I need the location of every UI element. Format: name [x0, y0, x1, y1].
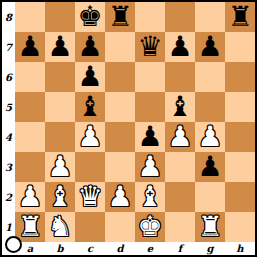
file-label-e: e: [135, 242, 165, 255]
square-b8[interactable]: [45, 2, 75, 32]
square-d5[interactable]: [105, 92, 135, 122]
square-b2[interactable]: ♝: [45, 182, 75, 212]
square-g4[interactable]: ♟: [195, 122, 225, 152]
rank-label-6: 6: [2, 62, 15, 92]
square-g2[interactable]: [195, 182, 225, 212]
square-f2[interactable]: [165, 182, 195, 212]
white-pawn-f4[interactable]: ♟: [167, 122, 192, 152]
square-h3[interactable]: [225, 152, 255, 182]
square-h8[interactable]: ♜: [225, 2, 255, 32]
square-f6[interactable]: [165, 62, 195, 92]
square-d6[interactable]: [105, 62, 135, 92]
rank-label-4: 4: [2, 122, 15, 152]
white-pawn-d2[interactable]: ♟: [107, 182, 132, 212]
file-labels: abcdefgh: [15, 242, 255, 255]
file-label-h: h: [225, 242, 255, 255]
square-a8[interactable]: [15, 2, 45, 32]
white-bishop-e2[interactable]: ♝: [137, 182, 162, 212]
square-e1[interactable]: ♚: [135, 212, 165, 242]
black-bishop-f5[interactable]: ♝: [167, 92, 192, 122]
square-b1[interactable]: ♞: [45, 212, 75, 242]
square-e8[interactable]: [135, 2, 165, 32]
square-b7[interactable]: ♟: [45, 32, 75, 62]
square-h2[interactable]: [225, 182, 255, 212]
square-c6[interactable]: ♟: [75, 62, 105, 92]
white-pawn-a2[interactable]: ♟: [17, 182, 42, 212]
black-bishop-c5[interactable]: ♝: [77, 92, 102, 122]
file-label-f: f: [165, 242, 195, 255]
black-king-c8[interactable]: ♚: [77, 2, 102, 32]
square-g3[interactable]: ♟: [195, 152, 225, 182]
rank-label-3: 3: [2, 152, 15, 182]
square-g6[interactable]: [195, 62, 225, 92]
black-queen-e7[interactable]: ♛: [137, 32, 162, 62]
white-pawn-e3[interactable]: ♟: [137, 152, 162, 182]
square-h1[interactable]: [225, 212, 255, 242]
file-label-d: d: [105, 242, 135, 255]
chess-diagram: 87654321 ♚♜♜♟♟♟♛♟♟♟♝♝♟♟♟♟♟♟♟♟♝♛♟♝♜♞♚♜ ab…: [0, 0, 257, 257]
square-g8[interactable]: [195, 2, 225, 32]
black-rook-d8[interactable]: ♜: [107, 2, 132, 32]
square-h5[interactable]: [225, 92, 255, 122]
file-label-b: b: [45, 242, 75, 255]
square-f8[interactable]: [165, 2, 195, 32]
square-a2[interactable]: ♟: [15, 182, 45, 212]
square-f3[interactable]: [165, 152, 195, 182]
square-e4[interactable]: ♟: [135, 122, 165, 152]
black-rook-h8[interactable]: ♜: [227, 2, 252, 32]
square-d7[interactable]: [105, 32, 135, 62]
square-b5[interactable]: [45, 92, 75, 122]
white-rook-g1[interactable]: ♜: [197, 212, 222, 242]
chess-board: ♚♜♜♟♟♟♛♟♟♟♝♝♟♟♟♟♟♟♟♟♝♛♟♝♜♞♚♜: [15, 2, 255, 242]
square-g5[interactable]: [195, 92, 225, 122]
square-d1[interactable]: [105, 212, 135, 242]
square-b6[interactable]: [45, 62, 75, 92]
square-a6[interactable]: [15, 62, 45, 92]
white-to-move-indicator: [5, 236, 22, 253]
square-a3[interactable]: [15, 152, 45, 182]
square-a5[interactable]: [15, 92, 45, 122]
square-c5[interactable]: ♝: [75, 92, 105, 122]
square-f7[interactable]: ♟: [165, 32, 195, 62]
rank-labels: 87654321: [2, 2, 15, 242]
white-pawn-c4[interactable]: ♟: [77, 122, 102, 152]
square-e6[interactable]: [135, 62, 165, 92]
square-f4[interactable]: ♟: [165, 122, 195, 152]
square-c2[interactable]: ♛: [75, 182, 105, 212]
white-pawn-g4[interactable]: ♟: [197, 122, 222, 152]
square-g7[interactable]: ♟: [195, 32, 225, 62]
square-d4[interactable]: [105, 122, 135, 152]
square-g1[interactable]: ♜: [195, 212, 225, 242]
square-h7[interactable]: [225, 32, 255, 62]
square-a7[interactable]: ♟: [15, 32, 45, 62]
file-label-g: g: [195, 242, 225, 255]
white-pawn-b3[interactable]: ♟: [47, 152, 72, 182]
black-pawn-e4[interactable]: ♟: [137, 122, 162, 152]
square-c8[interactable]: ♚: [75, 2, 105, 32]
rank-label-7: 7: [2, 32, 15, 62]
file-label-c: c: [75, 242, 105, 255]
black-pawn-g3[interactable]: ♟: [197, 152, 222, 182]
black-pawn-a7[interactable]: ♟: [17, 32, 42, 62]
white-queen-c2[interactable]: ♛: [77, 182, 102, 212]
square-d3[interactable]: [105, 152, 135, 182]
square-h4[interactable]: [225, 122, 255, 152]
white-knight-b1[interactable]: ♞: [47, 212, 72, 242]
square-e7[interactable]: ♛: [135, 32, 165, 62]
square-c4[interactable]: ♟: [75, 122, 105, 152]
rank-label-2: 2: [2, 182, 15, 212]
square-b3[interactable]: ♟: [45, 152, 75, 182]
square-c3[interactable]: [75, 152, 105, 182]
square-e5[interactable]: [135, 92, 165, 122]
rank-label-8: 8: [2, 2, 15, 32]
black-pawn-b7[interactable]: ♟: [47, 32, 72, 62]
white-king-e1[interactable]: ♚: [137, 212, 162, 242]
square-h6[interactable]: [225, 62, 255, 92]
black-pawn-f7[interactable]: ♟: [167, 32, 192, 62]
square-c1[interactable]: [75, 212, 105, 242]
square-d8[interactable]: ♜: [105, 2, 135, 32]
white-rook-a1[interactable]: ♜: [17, 212, 42, 242]
black-pawn-g7[interactable]: ♟: [197, 32, 222, 62]
square-b4[interactable]: [45, 122, 75, 152]
rank-label-5: 5: [2, 92, 15, 122]
black-pawn-c6[interactable]: ♟: [77, 62, 102, 92]
square-d2[interactable]: ♟: [105, 182, 135, 212]
black-pawn-c7[interactable]: ♟: [77, 32, 102, 62]
square-f1[interactable]: [165, 212, 195, 242]
square-f5[interactable]: ♝: [165, 92, 195, 122]
square-a4[interactable]: [15, 122, 45, 152]
white-bishop-b2[interactable]: ♝: [47, 182, 72, 212]
square-e2[interactable]: ♝: [135, 182, 165, 212]
square-c7[interactable]: ♟: [75, 32, 105, 62]
square-e3[interactable]: ♟: [135, 152, 165, 182]
